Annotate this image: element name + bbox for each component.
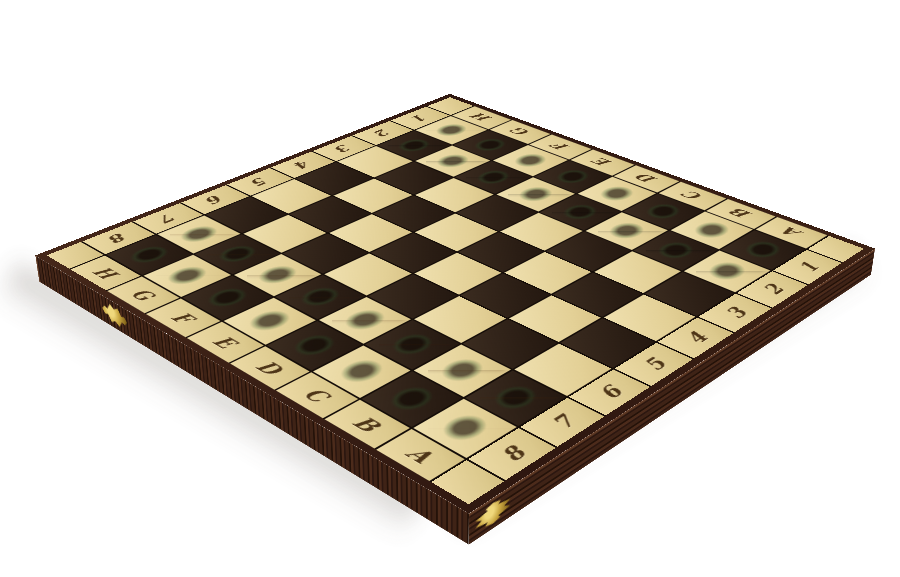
brass-clasp-icon <box>475 491 510 535</box>
board-grid: 87654321H♜♟♟♜HG♞♟♟♞GF♝♟♟♝FE♛♟♟♛ED♚♟♟♚DC♝… <box>47 97 864 504</box>
rook-glyph: ♜ <box>369 259 560 434</box>
square-a8[interactable]: ♜ <box>413 399 516 458</box>
pawn-glyph: ♟ <box>666 164 788 276</box>
chess-board: 87654321H♜♟♟♜HG♞♟♟♞GF♝♟♟♝FE♛♟♟♛ED♚♟♟♚DC♝… <box>35 94 875 514</box>
photo-scene: 87654321H♜♟♟♜HG♞♟♟♞GF♝♟♟♝FE♛♟♟♛ED♚♟♟♚DC♝… <box>0 0 900 577</box>
